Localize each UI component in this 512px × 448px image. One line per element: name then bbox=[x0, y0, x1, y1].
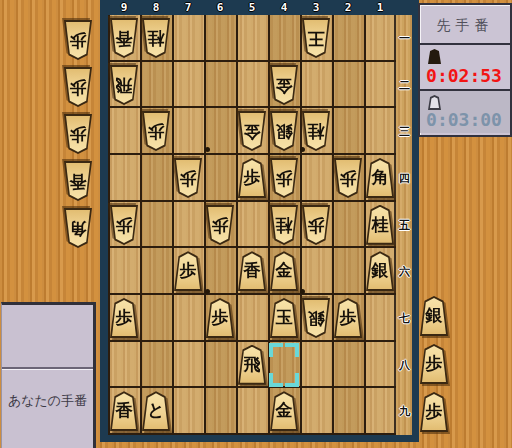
rank-label: 一 bbox=[397, 31, 412, 46]
square-1-3[interactable] bbox=[364, 108, 396, 155]
piece-kanji: 香 bbox=[64, 173, 92, 190]
square-1-2[interactable] bbox=[364, 62, 396, 109]
square-5-2[interactable] bbox=[236, 62, 268, 109]
piece-kanji: 歩 bbox=[174, 262, 202, 279]
shogi-piece-sente[interactable]: 銀 bbox=[420, 296, 448, 336]
rank-label: 七 bbox=[397, 311, 412, 326]
square-6-4[interactable] bbox=[204, 155, 236, 202]
square-2-6[interactable] bbox=[332, 248, 364, 295]
white-piece-icon bbox=[428, 95, 441, 110]
piece-kanji: 歩 bbox=[64, 79, 92, 96]
gote-clock: 0:03:00 bbox=[420, 109, 508, 130]
info-panel: 先手番 0:02:53 0:03:00 bbox=[418, 3, 512, 137]
square-1-7[interactable] bbox=[364, 295, 396, 342]
piece-kanji: 香 bbox=[110, 402, 138, 419]
square-2-2[interactable] bbox=[332, 62, 364, 109]
shogi-piece-gote[interactable]: 歩 bbox=[302, 205, 330, 245]
piece-kanji: 歩 bbox=[334, 309, 362, 326]
piece-kanji: 王 bbox=[302, 30, 330, 47]
shogi-piece-gote[interactable]: 歩 bbox=[334, 158, 362, 198]
shogi-piece-sente[interactable]: 歩 bbox=[238, 158, 266, 198]
piece-kanji: 歩 bbox=[420, 355, 448, 372]
square-7-8[interactable] bbox=[172, 342, 204, 389]
shogi-piece-sente[interactable]: 歩 bbox=[420, 392, 448, 432]
rank-label: 五 bbox=[397, 218, 412, 233]
shogi-piece-gote[interactable]: 金 bbox=[270, 65, 298, 105]
piece-kanji: 飛 bbox=[238, 356, 266, 373]
shogi-piece-gote[interactable]: 香 bbox=[64, 161, 92, 201]
square-7-5[interactable] bbox=[172, 202, 204, 249]
piece-kanji: 金 bbox=[270, 77, 298, 94]
piece-kanji: 桂 bbox=[142, 30, 170, 47]
shogi-piece-gote[interactable]: 歩 bbox=[64, 20, 92, 60]
shogi-piece-gote[interactable]: 香 bbox=[110, 18, 138, 58]
piece-kanji: 金 bbox=[270, 262, 298, 279]
shogi-piece-gote[interactable]: 銀 bbox=[302, 298, 330, 338]
shogi-piece-sente[interactable]: 金 bbox=[270, 391, 298, 431]
shogi-piece-sente[interactable]: 香 bbox=[238, 251, 266, 291]
piece-kanji: 歩 bbox=[142, 123, 170, 140]
square-2-3[interactable] bbox=[332, 108, 364, 155]
square-5-9[interactable] bbox=[236, 388, 268, 435]
shogi-piece-sente[interactable]: 歩 bbox=[420, 344, 448, 384]
square-9-4[interactable] bbox=[108, 155, 140, 202]
square-8-7[interactable] bbox=[140, 295, 172, 342]
shogi-piece-gote[interactable]: 歩 bbox=[270, 158, 298, 198]
shogi-piece-gote[interactable]: 桂 bbox=[270, 205, 298, 245]
black-piece-icon bbox=[428, 49, 441, 64]
square-8-2[interactable] bbox=[140, 62, 172, 109]
square-2-9[interactable] bbox=[332, 388, 364, 435]
square-2-5[interactable] bbox=[332, 202, 364, 249]
shogi-piece-gote[interactable]: 歩 bbox=[64, 67, 92, 107]
piece-kanji: 金 bbox=[238, 123, 266, 140]
square-1-9[interactable] bbox=[364, 388, 396, 435]
piece-kanji: 香 bbox=[238, 262, 266, 279]
square-3-2[interactable] bbox=[300, 62, 332, 109]
file-label: 5 bbox=[246, 1, 258, 14]
square-4-8[interactable] bbox=[268, 342, 300, 389]
shogi-piece-gote[interactable]: 歩 bbox=[64, 114, 92, 154]
piece-kanji: 桂 bbox=[270, 217, 298, 234]
hoshi-dot bbox=[205, 147, 210, 152]
shogi-piece-gote[interactable]: 飛 bbox=[110, 65, 138, 105]
shogi-piece-gote[interactable]: 銀 bbox=[270, 111, 298, 151]
piece-kanji: 銀 bbox=[302, 310, 330, 327]
square-2-8[interactable] bbox=[332, 342, 364, 389]
shogi-game-screen: 987654321一二三四五六七八九 香桂王飛金歩金銀桂歩歩歩歩角歩歩桂歩桂歩香… bbox=[0, 0, 512, 448]
shogi-piece-gote[interactable]: 桂 bbox=[142, 18, 170, 58]
piece-kanji: 銀 bbox=[270, 123, 298, 140]
shogi-piece-sente[interactable]: 玉 bbox=[270, 298, 298, 338]
square-4-1[interactable] bbox=[268, 15, 300, 62]
square-7-1[interactable] bbox=[172, 15, 204, 62]
piece-kanji: 歩 bbox=[110, 309, 138, 326]
piece-kanji: 金 bbox=[270, 402, 298, 419]
piece-kanji: 歩 bbox=[302, 217, 330, 234]
square-8-4[interactable] bbox=[140, 155, 172, 202]
piece-kanji: 歩 bbox=[206, 309, 234, 326]
square-1-1[interactable] bbox=[364, 15, 396, 62]
shogi-piece-sente[interactable]: 歩 bbox=[334, 298, 362, 338]
sente-clock-row: 0:02:53 bbox=[420, 45, 510, 91]
square-3-4[interactable] bbox=[300, 155, 332, 202]
file-label: 7 bbox=[182, 1, 194, 14]
piece-kanji: 飛 bbox=[110, 77, 138, 94]
file-label: 6 bbox=[214, 1, 226, 14]
square-5-5[interactable] bbox=[236, 202, 268, 249]
rank-label: 四 bbox=[397, 171, 412, 186]
square-7-3[interactable] bbox=[172, 108, 204, 155]
piece-kanji: 歩 bbox=[64, 32, 92, 49]
rank-label: 二 bbox=[397, 78, 412, 93]
rank-label: 六 bbox=[397, 264, 412, 279]
gote-clock-row: 0:03:00 bbox=[420, 91, 510, 133]
shogi-piece-gote[interactable]: 王 bbox=[302, 18, 330, 58]
shogi-piece-sente[interactable]: 歩 bbox=[206, 298, 234, 338]
piece-kanji: 歩 bbox=[334, 170, 362, 187]
piece-kanji: 歩 bbox=[270, 170, 298, 187]
piece-kanji: 歩 bbox=[64, 126, 92, 143]
square-6-9[interactable] bbox=[204, 388, 236, 435]
turn-indicator: 先手番 bbox=[420, 5, 510, 45]
piece-kanji: 香 bbox=[110, 30, 138, 47]
piece-kanji: 角 bbox=[64, 220, 92, 237]
square-6-8[interactable] bbox=[204, 342, 236, 389]
file-label: 1 bbox=[374, 1, 386, 14]
square-1-8[interactable] bbox=[364, 342, 396, 389]
shogi-piece-gote[interactable]: 歩 bbox=[142, 111, 170, 151]
square-9-3[interactable] bbox=[108, 108, 140, 155]
square-8-8[interactable] bbox=[140, 342, 172, 389]
file-label: 9 bbox=[118, 1, 130, 14]
piece-kanji: 歩 bbox=[206, 217, 234, 234]
piece-kanji: と bbox=[142, 402, 170, 419]
hoshi-dot bbox=[205, 289, 210, 294]
square-5-1[interactable] bbox=[236, 15, 268, 62]
shogi-piece-sente[interactable]: 香 bbox=[110, 391, 138, 431]
square-9-6[interactable] bbox=[108, 248, 140, 295]
rank-label: 八 bbox=[397, 358, 412, 373]
shogi-piece-gote[interactable]: 金 bbox=[238, 111, 266, 151]
piece-kanji: 銀 bbox=[420, 307, 448, 324]
square-6-6[interactable] bbox=[204, 248, 236, 295]
file-label: 2 bbox=[342, 1, 354, 14]
shogi-piece-sente[interactable]: 飛 bbox=[238, 345, 266, 385]
shogi-piece-sente[interactable]: 歩 bbox=[174, 251, 202, 291]
square-3-9[interactable] bbox=[300, 388, 332, 435]
shogi-piece-sente[interactable]: と bbox=[142, 391, 170, 431]
file-label: 8 bbox=[150, 1, 162, 14]
piece-kanji: 桂 bbox=[366, 216, 394, 233]
rank-label: 九 bbox=[397, 404, 412, 419]
file-label: 3 bbox=[310, 1, 322, 14]
shogi-piece-gote[interactable]: 歩 bbox=[174, 158, 202, 198]
file-label: 4 bbox=[278, 1, 290, 14]
square-2-1[interactable] bbox=[332, 15, 364, 62]
shogi-piece-gote[interactable]: 歩 bbox=[110, 205, 138, 245]
square-8-5[interactable] bbox=[140, 202, 172, 249]
piece-kanji: 歩 bbox=[110, 217, 138, 234]
square-3-8[interactable] bbox=[300, 342, 332, 389]
square-7-9[interactable] bbox=[172, 388, 204, 435]
sente-clock: 0:02:53 bbox=[420, 65, 508, 86]
square-6-1[interactable] bbox=[204, 15, 236, 62]
shogi-piece-sente[interactable]: 歩 bbox=[110, 298, 138, 338]
piece-kanji: 桂 bbox=[302, 123, 330, 140]
shogi-piece-sente[interactable]: 桂 bbox=[366, 205, 394, 245]
shogi-piece-gote[interactable]: 歩 bbox=[206, 205, 234, 245]
message-panel: あなたの手番 bbox=[1, 302, 96, 448]
piece-kanji: 歩 bbox=[238, 169, 266, 186]
square-3-6[interactable] bbox=[300, 248, 332, 295]
shogi-piece-sente[interactable]: 角 bbox=[366, 158, 394, 198]
piece-kanji: 玉 bbox=[270, 309, 298, 326]
square-7-7[interactable] bbox=[172, 295, 204, 342]
turn-message: あなたの手番 bbox=[2, 370, 93, 410]
shogi-piece-gote[interactable]: 桂 bbox=[302, 111, 330, 151]
square-7-2[interactable] bbox=[172, 62, 204, 109]
square-6-2[interactable] bbox=[204, 62, 236, 109]
square-9-8[interactable] bbox=[108, 342, 140, 389]
piece-kanji: 歩 bbox=[420, 403, 448, 420]
shogi-piece-sente[interactable]: 金 bbox=[270, 251, 298, 291]
square-8-6[interactable] bbox=[140, 248, 172, 295]
square-5-7[interactable] bbox=[236, 295, 268, 342]
shogi-piece-sente[interactable]: 銀 bbox=[366, 251, 394, 291]
shogi-piece-gote[interactable]: 角 bbox=[64, 208, 92, 248]
message-panel-blank bbox=[2, 305, 93, 367]
hoshi-dot bbox=[300, 289, 305, 294]
rank-label: 三 bbox=[397, 124, 412, 139]
piece-kanji: 角 bbox=[366, 169, 394, 186]
piece-kanji: 銀 bbox=[366, 262, 394, 279]
piece-kanji: 歩 bbox=[174, 170, 202, 187]
